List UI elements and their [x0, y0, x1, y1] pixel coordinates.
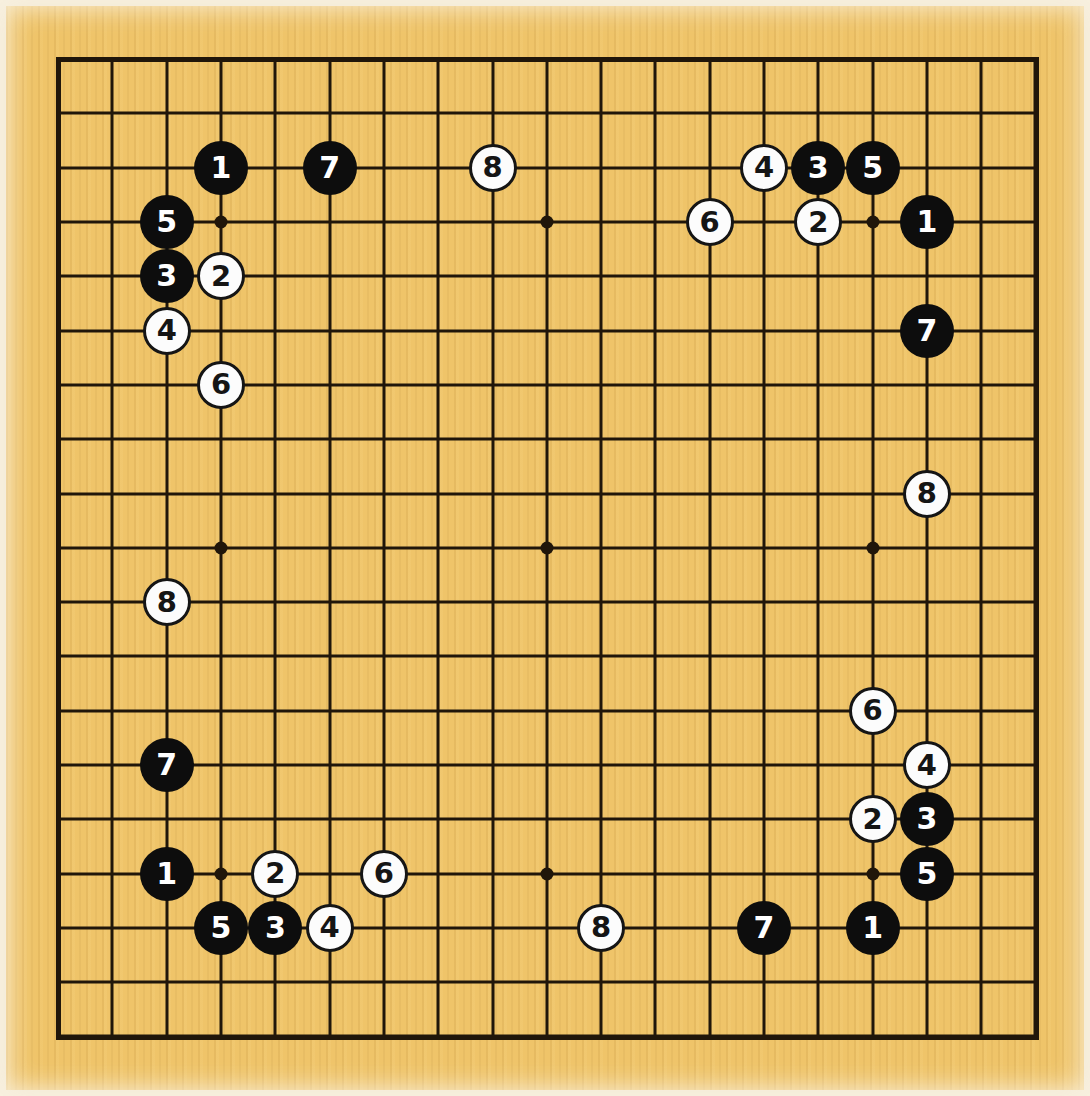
- intersection: [31, 738, 85, 792]
- intersection: [248, 466, 302, 520]
- intersection: [1008, 1009, 1062, 1063]
- intersection: [628, 901, 682, 955]
- intersection: [574, 412, 628, 466]
- intersection: [737, 955, 791, 1009]
- intersection: [520, 195, 574, 249]
- intersection: [628, 195, 682, 249]
- intersection: [465, 466, 519, 520]
- intersection: [1008, 32, 1062, 86]
- intersection: [1008, 901, 1062, 955]
- intersection: [357, 901, 411, 955]
- intersection: [845, 846, 899, 900]
- intersection: [357, 684, 411, 738]
- intersection: [737, 575, 791, 629]
- intersection: [140, 1009, 194, 1063]
- intersection: [31, 846, 85, 900]
- intersection: [85, 32, 139, 86]
- intersection: [1008, 303, 1062, 357]
- intersection: [845, 521, 899, 575]
- intersection: [357, 195, 411, 249]
- intersection: [737, 249, 791, 303]
- intersection: 8: [140, 575, 194, 629]
- intersection: [465, 629, 519, 683]
- intersection: [248, 575, 302, 629]
- intersection: [683, 412, 737, 466]
- intersection: [574, 575, 628, 629]
- intersection: [954, 629, 1008, 683]
- intersection: [302, 575, 356, 629]
- intersection: [954, 901, 1008, 955]
- intersection: [737, 1009, 791, 1063]
- intersection: [737, 86, 791, 140]
- star-point: [866, 216, 879, 229]
- white-stone-bottom-right-4: 4: [903, 741, 951, 789]
- intersection: [900, 521, 954, 575]
- intersection: [248, 195, 302, 249]
- intersection: [31, 412, 85, 466]
- black-stone-bottom-left-1: 1: [140, 847, 194, 901]
- intersection: 5: [140, 195, 194, 249]
- intersection: [1008, 466, 1062, 520]
- intersection: [845, 629, 899, 683]
- intersection: [411, 249, 465, 303]
- intersection: [628, 792, 682, 846]
- intersection: [194, 32, 248, 86]
- white-stone-top-right-4: 4: [740, 144, 788, 192]
- intersection: [683, 901, 737, 955]
- intersection: [628, 955, 682, 1009]
- intersection: [1008, 141, 1062, 195]
- intersection: [737, 412, 791, 466]
- black-stone-top-right-1: 1: [900, 195, 954, 249]
- intersection: [683, 141, 737, 195]
- white-stone-top-right-6: 6: [686, 198, 734, 246]
- intersection: [302, 792, 356, 846]
- intersection: [954, 249, 1008, 303]
- intersection: [248, 412, 302, 466]
- intersection: [357, 249, 411, 303]
- intersection: 8: [574, 901, 628, 955]
- intersection: [954, 195, 1008, 249]
- intersection: [520, 303, 574, 357]
- intersection: 6: [194, 358, 248, 412]
- intersection: [465, 955, 519, 1009]
- intersection: [194, 521, 248, 575]
- intersection: [465, 575, 519, 629]
- intersection: [31, 684, 85, 738]
- intersection: [737, 684, 791, 738]
- intersection: [140, 141, 194, 195]
- intersection: 1: [194, 141, 248, 195]
- intersection: [85, 195, 139, 249]
- intersection: 7: [140, 738, 194, 792]
- intersection: [683, 846, 737, 900]
- black-stone-top-left-3: 3: [140, 249, 194, 303]
- intersection: [520, 521, 574, 575]
- intersection: [140, 412, 194, 466]
- intersection: [31, 575, 85, 629]
- intersection: [574, 32, 628, 86]
- intersection: [791, 303, 845, 357]
- intersection: [845, 32, 899, 86]
- intersection: [465, 412, 519, 466]
- intersection: [411, 846, 465, 900]
- intersection: 6: [845, 684, 899, 738]
- intersection: [357, 738, 411, 792]
- go-board: 17843556213247688674231265534871: [31, 32, 1063, 1064]
- intersection: [411, 629, 465, 683]
- intersection: [954, 32, 1008, 86]
- intersection: [1008, 86, 1062, 140]
- star-point: [540, 216, 553, 229]
- intersection: 7: [302, 141, 356, 195]
- intersection: [411, 195, 465, 249]
- intersection: [140, 32, 194, 86]
- white-stone-top-left-4: 4: [143, 307, 191, 355]
- intersection: [954, 86, 1008, 140]
- intersection: [85, 466, 139, 520]
- intersection: [574, 738, 628, 792]
- intersection: [31, 1009, 85, 1063]
- intersection: 2: [791, 195, 845, 249]
- intersection: [900, 412, 954, 466]
- intersection: [31, 358, 85, 412]
- intersection: [791, 358, 845, 412]
- intersection: [845, 575, 899, 629]
- intersection: [954, 846, 1008, 900]
- intersection: [31, 86, 85, 140]
- intersection: [1008, 249, 1062, 303]
- intersection: [248, 32, 302, 86]
- intersection: [411, 303, 465, 357]
- intersection: [900, 141, 954, 195]
- intersection: [465, 792, 519, 846]
- intersection: [85, 249, 139, 303]
- intersection: [31, 955, 85, 1009]
- intersection: 2: [845, 792, 899, 846]
- intersection: [954, 466, 1008, 520]
- white-stone-bottom-right-8: 8: [903, 470, 951, 518]
- intersection: [465, 32, 519, 86]
- white-stone-top-right-2: 2: [794, 198, 842, 246]
- intersection: [465, 846, 519, 900]
- intersection: [357, 86, 411, 140]
- intersection: [683, 1009, 737, 1063]
- intersection: [302, 738, 356, 792]
- intersection: [248, 141, 302, 195]
- intersection: [737, 466, 791, 520]
- star-point: [866, 541, 879, 554]
- intersection: [574, 792, 628, 846]
- intersection: [900, 684, 954, 738]
- intersection: 5: [194, 901, 248, 955]
- intersection: [465, 521, 519, 575]
- intersection: [791, 412, 845, 466]
- white-stone-bottom-left-6: 6: [360, 850, 408, 898]
- intersection: [845, 358, 899, 412]
- intersection: [954, 141, 1008, 195]
- intersection: [85, 575, 139, 629]
- intersection: [248, 738, 302, 792]
- intersection: [302, 684, 356, 738]
- intersection: [791, 1009, 845, 1063]
- intersection: [574, 249, 628, 303]
- intersection: [411, 792, 465, 846]
- intersection: [31, 521, 85, 575]
- intersection: [302, 466, 356, 520]
- intersection: [737, 303, 791, 357]
- intersection: [683, 249, 737, 303]
- intersection: [357, 303, 411, 357]
- intersection: [411, 32, 465, 86]
- white-stone-top-left-8: 8: [143, 578, 191, 626]
- intersection: [791, 86, 845, 140]
- intersection: [1008, 846, 1062, 900]
- intersection: [520, 466, 574, 520]
- intersection: [520, 955, 574, 1009]
- intersection: [954, 575, 1008, 629]
- intersection: [248, 303, 302, 357]
- star-point: [215, 867, 228, 880]
- intersection: 1: [900, 195, 954, 249]
- black-stone-bottom-right-7: 7: [737, 901, 791, 955]
- intersection: [628, 738, 682, 792]
- intersection: [900, 32, 954, 86]
- star-point: [215, 541, 228, 554]
- intersection: [194, 1009, 248, 1063]
- intersection: [411, 412, 465, 466]
- intersection: [791, 846, 845, 900]
- black-stone-top-left-7: 7: [303, 141, 357, 195]
- intersection: [1008, 684, 1062, 738]
- intersection: [302, 629, 356, 683]
- intersection: [1008, 629, 1062, 683]
- intersection: [31, 141, 85, 195]
- intersection: [900, 1009, 954, 1063]
- intersection: [31, 466, 85, 520]
- intersection: [357, 466, 411, 520]
- intersection: [140, 358, 194, 412]
- white-stone-bottom-left-2: 2: [251, 850, 299, 898]
- intersection: [574, 521, 628, 575]
- intersection: [411, 684, 465, 738]
- intersection: [628, 629, 682, 683]
- intersection: [85, 358, 139, 412]
- black-stone-top-right-5: 5: [846, 141, 900, 195]
- white-stone-bottom-right-6: 6: [849, 687, 897, 735]
- intersection: [683, 575, 737, 629]
- intersection: [628, 846, 682, 900]
- star-point: [215, 216, 228, 229]
- intersection: [302, 1009, 356, 1063]
- intersection: 2: [194, 249, 248, 303]
- intersection: [628, 466, 682, 520]
- intersection: [845, 195, 899, 249]
- intersection: [248, 684, 302, 738]
- intersection: [140, 901, 194, 955]
- intersection: [31, 195, 85, 249]
- intersection: [574, 955, 628, 1009]
- intersection: [85, 141, 139, 195]
- intersection: [791, 32, 845, 86]
- intersection: [465, 249, 519, 303]
- intersection: [302, 846, 356, 900]
- intersection: [1008, 955, 1062, 1009]
- intersection: [85, 738, 139, 792]
- intersection: [85, 521, 139, 575]
- intersection: [194, 195, 248, 249]
- intersection: [845, 466, 899, 520]
- intersection: [248, 249, 302, 303]
- board-grid: 17843556213247688674231265534871: [31, 32, 1063, 1064]
- intersection: [791, 249, 845, 303]
- intersection: [302, 521, 356, 575]
- intersection: [411, 738, 465, 792]
- intersection: [194, 86, 248, 140]
- intersection: [194, 684, 248, 738]
- intersection: [302, 412, 356, 466]
- intersection: [845, 303, 899, 357]
- intersection: [1008, 521, 1062, 575]
- intersection: [140, 629, 194, 683]
- intersection: [411, 955, 465, 1009]
- intersection: [900, 575, 954, 629]
- intersection: 3: [900, 792, 954, 846]
- intersection: 4: [737, 141, 791, 195]
- intersection: [791, 955, 845, 1009]
- intersection: [302, 32, 356, 86]
- intersection: [954, 1009, 1008, 1063]
- intersection: [683, 629, 737, 683]
- intersection: 5: [845, 141, 899, 195]
- intersection: [248, 955, 302, 1009]
- intersection: [791, 738, 845, 792]
- intersection: [574, 141, 628, 195]
- intersection: [248, 1009, 302, 1063]
- intersection: [85, 955, 139, 1009]
- intersection: [520, 358, 574, 412]
- intersection: [411, 86, 465, 140]
- intersection: 4: [900, 738, 954, 792]
- black-stone-bottom-right-1: 1: [846, 901, 900, 955]
- star-point: [540, 867, 553, 880]
- intersection: [194, 955, 248, 1009]
- intersection: [465, 684, 519, 738]
- intersection: [954, 684, 1008, 738]
- intersection: [954, 521, 1008, 575]
- intersection: 3: [791, 141, 845, 195]
- intersection: [411, 141, 465, 195]
- intersection: [791, 901, 845, 955]
- intersection: [357, 629, 411, 683]
- intersection: [302, 303, 356, 357]
- intersection: [357, 792, 411, 846]
- intersection: [465, 738, 519, 792]
- intersection: [574, 303, 628, 357]
- white-stone-top-left-2: 2: [197, 252, 245, 300]
- intersection: [845, 86, 899, 140]
- intersection: [520, 1009, 574, 1063]
- intersection: [357, 32, 411, 86]
- intersection: [683, 521, 737, 575]
- intersection: [357, 575, 411, 629]
- intersection: [357, 955, 411, 1009]
- intersection: 4: [140, 303, 194, 357]
- intersection: 3: [248, 901, 302, 955]
- intersection: [683, 738, 737, 792]
- intersection: [520, 629, 574, 683]
- intersection: [140, 955, 194, 1009]
- intersection: 1: [140, 846, 194, 900]
- intersection: [85, 303, 139, 357]
- intersection: [194, 303, 248, 357]
- intersection: [302, 86, 356, 140]
- intersection: 7: [737, 901, 791, 955]
- intersection: 2: [248, 846, 302, 900]
- intersection: [520, 846, 574, 900]
- black-stone-bottom-left-3: 3: [248, 901, 302, 955]
- white-stone-bottom-left-4: 4: [306, 904, 354, 952]
- intersection: [845, 955, 899, 1009]
- intersection: [248, 521, 302, 575]
- intersection: [683, 955, 737, 1009]
- intersection: [85, 901, 139, 955]
- intersection: [737, 32, 791, 86]
- intersection: [465, 1009, 519, 1063]
- intersection: [248, 629, 302, 683]
- intersection: [628, 32, 682, 86]
- intersection: [900, 358, 954, 412]
- intersection: [465, 195, 519, 249]
- intersection: [683, 466, 737, 520]
- intersection: [140, 466, 194, 520]
- intersection: [85, 1009, 139, 1063]
- intersection: [357, 521, 411, 575]
- intersection: [683, 303, 737, 357]
- intersection: [791, 792, 845, 846]
- intersection: [900, 955, 954, 1009]
- intersection: [791, 521, 845, 575]
- intersection: [737, 846, 791, 900]
- star-point: [866, 867, 879, 880]
- intersection: [465, 86, 519, 140]
- intersection: [194, 846, 248, 900]
- intersection: [628, 303, 682, 357]
- intersection: [1008, 575, 1062, 629]
- intersection: [357, 1009, 411, 1063]
- intersection: [357, 358, 411, 412]
- intersection: [628, 575, 682, 629]
- intersection: [574, 684, 628, 738]
- intersection: [520, 575, 574, 629]
- intersection: [683, 792, 737, 846]
- intersection: [954, 738, 1008, 792]
- intersection: 6: [357, 846, 411, 900]
- intersection: [411, 575, 465, 629]
- intersection: [954, 955, 1008, 1009]
- intersection: [954, 412, 1008, 466]
- intersection: [465, 303, 519, 357]
- intersection: [683, 684, 737, 738]
- intersection: [628, 86, 682, 140]
- intersection: 7: [900, 303, 954, 357]
- intersection: [845, 1009, 899, 1063]
- intersection: [194, 575, 248, 629]
- intersection: [248, 792, 302, 846]
- intersection: [140, 684, 194, 738]
- intersection: [302, 249, 356, 303]
- intersection: [845, 412, 899, 466]
